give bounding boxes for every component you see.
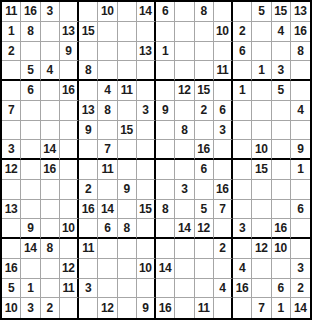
cell-r2c2-given[interactable]: 8 xyxy=(21,22,40,42)
cell-r12c10-given[interactable]: 14 xyxy=(175,219,194,239)
cell-r12c13-given[interactable]: 3 xyxy=(233,219,252,239)
cell-r2c1-given[interactable]: 1 xyxy=(2,22,21,42)
cell-r3c14-empty[interactable] xyxy=(252,42,271,62)
cell-r8c2-empty[interactable] xyxy=(21,140,40,160)
cell-r1c3-given[interactable]: 3 xyxy=(41,2,60,22)
cell-r13c6-empty[interactable] xyxy=(98,239,117,259)
cell-r15c16-given[interactable]: 2 xyxy=(291,279,310,299)
cell-r5c15-given[interactable]: 5 xyxy=(272,81,291,101)
cell-r1c8-given[interactable]: 14 xyxy=(137,2,156,22)
cell-r4c6-empty[interactable] xyxy=(98,61,117,81)
cell-r14c12-empty[interactable] xyxy=(214,259,233,279)
cell-r9c11-given[interactable]: 6 xyxy=(195,160,214,180)
cell-r9c14-given[interactable]: 15 xyxy=(252,160,271,180)
cell-r4c15-given[interactable]: 3 xyxy=(272,61,291,81)
cell-r1c14-given[interactable]: 5 xyxy=(252,2,271,22)
cell-r15c3-empty[interactable] xyxy=(41,279,60,299)
cell-r3c6-empty[interactable] xyxy=(98,42,117,62)
cell-r7c6-empty[interactable] xyxy=(98,121,117,141)
cell-r4c8-empty[interactable] xyxy=(137,61,156,81)
cell-r6c10-empty[interactable] xyxy=(175,101,194,121)
cell-r15c6-empty[interactable] xyxy=(98,279,117,299)
cell-r13c14-given[interactable]: 12 xyxy=(252,239,271,259)
cell-r9c6-given[interactable]: 11 xyxy=(98,160,117,180)
cell-r10c15-empty[interactable] xyxy=(272,180,291,200)
cell-r5c10-given[interactable]: 12 xyxy=(175,81,194,101)
cell-r14c4-given[interactable]: 12 xyxy=(60,259,79,279)
cell-r3c1-given[interactable]: 2 xyxy=(2,42,21,62)
cell-r5c11-given[interactable]: 15 xyxy=(195,81,214,101)
cell-r1c1-given[interactable]: 11 xyxy=(2,2,21,22)
cell-r11c14-empty[interactable] xyxy=(252,200,271,220)
cell-r7c10-given[interactable]: 8 xyxy=(175,121,194,141)
cell-r2c16-given[interactable]: 16 xyxy=(291,22,310,42)
cell-r3c16-given[interactable]: 8 xyxy=(291,42,310,62)
cell-r13c11-empty[interactable] xyxy=(195,239,214,259)
cell-r4c5-given[interactable]: 8 xyxy=(79,61,98,81)
cell-r16c1-given[interactable]: 10 xyxy=(2,298,21,318)
cell-r8c8-empty[interactable] xyxy=(137,140,156,160)
cell-r16c13-empty[interactable] xyxy=(233,298,252,318)
cell-r5c2-given[interactable]: 6 xyxy=(21,81,40,101)
cell-r5c13-given[interactable]: 1 xyxy=(233,81,252,101)
cell-r11c12-given[interactable]: 7 xyxy=(214,200,233,220)
cell-r7c9-empty[interactable] xyxy=(156,121,175,141)
cell-r6c14-empty[interactable] xyxy=(252,101,271,121)
cell-r5c14-empty[interactable] xyxy=(252,81,271,101)
cell-r4c11-empty[interactable] xyxy=(195,61,214,81)
cell-r12c12-empty[interactable] xyxy=(214,219,233,239)
cell-r7c16-empty[interactable] xyxy=(291,121,310,141)
cell-r2c6-empty[interactable] xyxy=(98,22,117,42)
cell-r12c6-given[interactable]: 6 xyxy=(98,219,117,239)
cell-r4c4-empty[interactable] xyxy=(60,61,79,81)
cell-r9c3-given[interactable]: 16 xyxy=(41,160,60,180)
cell-r9c15-empty[interactable] xyxy=(272,160,291,180)
cell-r1c5-empty[interactable] xyxy=(79,2,98,22)
cell-r3c4-given[interactable]: 9 xyxy=(60,42,79,62)
cell-r1c13-empty[interactable] xyxy=(233,2,252,22)
cell-r16c8-given[interactable]: 9 xyxy=(137,298,156,318)
cell-r7c11-empty[interactable] xyxy=(195,121,214,141)
cell-r4c16-empty[interactable] xyxy=(291,61,310,81)
cell-r16c4-empty[interactable] xyxy=(60,298,79,318)
cell-r5c4-given[interactable]: 16 xyxy=(60,81,79,101)
cell-r13c7-empty[interactable] xyxy=(118,239,137,259)
cell-r3c5-empty[interactable] xyxy=(79,42,98,62)
cell-r16c6-given[interactable]: 12 xyxy=(98,298,117,318)
cell-r2c9-empty[interactable] xyxy=(156,22,175,42)
cell-r15c15-given[interactable]: 6 xyxy=(272,279,291,299)
cell-r2c10-empty[interactable] xyxy=(175,22,194,42)
cell-r14c2-empty[interactable] xyxy=(21,259,40,279)
cell-r15c10-empty[interactable] xyxy=(175,279,194,299)
cell-r12c14-empty[interactable] xyxy=(252,219,271,239)
cell-r8c1-given[interactable]: 3 xyxy=(2,140,21,160)
cell-r2c5-given[interactable]: 15 xyxy=(79,22,98,42)
cell-r4c12-given[interactable]: 11 xyxy=(214,61,233,81)
cell-r13c8-empty[interactable] xyxy=(137,239,156,259)
cell-r10c14-empty[interactable] xyxy=(252,180,271,200)
cell-r10c2-empty[interactable] xyxy=(21,180,40,200)
cell-r16c12-empty[interactable] xyxy=(214,298,233,318)
cell-r12c9-empty[interactable] xyxy=(156,219,175,239)
cell-r10c16-empty[interactable] xyxy=(291,180,310,200)
cell-r8c13-empty[interactable] xyxy=(233,140,252,160)
cell-r10c5-given[interactable]: 2 xyxy=(79,180,98,200)
cell-r9c8-empty[interactable] xyxy=(137,160,156,180)
cell-r14c14-empty[interactable] xyxy=(252,259,271,279)
cell-r5c5-empty[interactable] xyxy=(79,81,98,101)
cell-r5c12-empty[interactable] xyxy=(214,81,233,101)
cell-r1c6-given[interactable]: 10 xyxy=(98,2,117,22)
cell-r1c15-given[interactable]: 15 xyxy=(272,2,291,22)
cell-r7c12-given[interactable]: 3 xyxy=(214,121,233,141)
cell-r5c6-given[interactable]: 4 xyxy=(98,81,117,101)
cell-r16c14-given[interactable]: 7 xyxy=(252,298,271,318)
cell-r16c2-given[interactable]: 3 xyxy=(21,298,40,318)
cell-r9c12-empty[interactable] xyxy=(214,160,233,180)
cell-r14c10-empty[interactable] xyxy=(175,259,194,279)
cell-r13c4-empty[interactable] xyxy=(60,239,79,259)
cell-r11c16-given[interactable]: 6 xyxy=(291,200,310,220)
cell-r11c9-given[interactable]: 8 xyxy=(156,200,175,220)
cell-r10c9-empty[interactable] xyxy=(156,180,175,200)
cell-r8c5-empty[interactable] xyxy=(79,140,98,160)
cell-r3c11-empty[interactable] xyxy=(195,42,214,62)
cell-r2c13-given[interactable]: 2 xyxy=(233,22,252,42)
cell-r4c13-empty[interactable] xyxy=(233,61,252,81)
cell-r9c7-empty[interactable] xyxy=(118,160,137,180)
sudoku-board: 1116310146851513181315102416291316854811… xyxy=(0,0,312,320)
cell-r14c9-given[interactable]: 14 xyxy=(156,259,175,279)
cell-r16c16-given[interactable]: 14 xyxy=(291,298,310,318)
cell-r3c3-empty[interactable] xyxy=(41,42,60,62)
cell-r13c5-given[interactable]: 11 xyxy=(79,239,98,259)
cell-r6c1-given[interactable]: 7 xyxy=(2,101,21,121)
cell-r1c12-empty[interactable] xyxy=(214,2,233,22)
cell-r8c6-given[interactable]: 7 xyxy=(98,140,117,160)
cell-r11c7-empty[interactable] xyxy=(118,200,137,220)
cell-r12c4-given[interactable]: 10 xyxy=(60,219,79,239)
cell-r7c4-empty[interactable] xyxy=(60,121,79,141)
cell-r15c9-empty[interactable] xyxy=(156,279,175,299)
cell-r15c12-given[interactable]: 4 xyxy=(214,279,233,299)
cell-r16c3-given[interactable]: 2 xyxy=(41,298,60,318)
cell-r6c2-empty[interactable] xyxy=(21,101,40,121)
cell-r6c4-empty[interactable] xyxy=(60,101,79,121)
cell-r6c15-empty[interactable] xyxy=(272,101,291,121)
cell-r9c10-empty[interactable] xyxy=(175,160,194,180)
cell-r2c8-empty[interactable] xyxy=(137,22,156,42)
cell-r14c8-given[interactable]: 10 xyxy=(137,259,156,279)
cell-r1c4-empty[interactable] xyxy=(60,2,79,22)
cell-r7c3-empty[interactable] xyxy=(41,121,60,141)
cell-r14c11-empty[interactable] xyxy=(195,259,214,279)
cell-r2c3-empty[interactable] xyxy=(41,22,60,42)
cell-r12c15-given[interactable]: 16 xyxy=(272,219,291,239)
cell-r2c12-given[interactable]: 10 xyxy=(214,22,233,42)
cell-r8c12-empty[interactable] xyxy=(214,140,233,160)
cell-r12c5-empty[interactable] xyxy=(79,219,98,239)
cell-r7c14-empty[interactable] xyxy=(252,121,271,141)
cell-r9c16-given[interactable]: 1 xyxy=(291,160,310,180)
cell-r5c9-empty[interactable] xyxy=(156,81,175,101)
cell-r2c7-empty[interactable] xyxy=(118,22,137,42)
cell-r13c2-given[interactable]: 14 xyxy=(21,239,40,259)
cell-r1c2-given[interactable]: 16 xyxy=(21,2,40,22)
cell-r6c8-given[interactable]: 3 xyxy=(137,101,156,121)
cell-r6c3-empty[interactable] xyxy=(41,101,60,121)
cell-r12c8-empty[interactable] xyxy=(137,219,156,239)
cell-r15c5-given[interactable]: 3 xyxy=(79,279,98,299)
cell-r10c6-empty[interactable] xyxy=(98,180,117,200)
cell-r13c13-empty[interactable] xyxy=(233,239,252,259)
cell-r8c11-given[interactable]: 16 xyxy=(195,140,214,160)
cell-r15c2-given[interactable]: 1 xyxy=(21,279,40,299)
cell-r11c3-empty[interactable] xyxy=(41,200,60,220)
cell-r3c15-empty[interactable] xyxy=(272,42,291,62)
cell-r13c3-given[interactable]: 8 xyxy=(41,239,60,259)
cell-r1c11-given[interactable]: 8 xyxy=(195,2,214,22)
cell-r8c16-given[interactable]: 9 xyxy=(291,140,310,160)
cell-r10c8-empty[interactable] xyxy=(137,180,156,200)
cell-r10c11-empty[interactable] xyxy=(195,180,214,200)
cell-r14c7-empty[interactable] xyxy=(118,259,137,279)
cell-r5c8-empty[interactable] xyxy=(137,81,156,101)
cell-r4c1-empty[interactable] xyxy=(2,61,21,81)
cell-r7c7-given[interactable]: 15 xyxy=(118,121,137,141)
cell-r7c15-empty[interactable] xyxy=(272,121,291,141)
cell-r14c16-given[interactable]: 3 xyxy=(291,259,310,279)
cell-r16c15-given[interactable]: 1 xyxy=(272,298,291,318)
cell-r16c11-given[interactable]: 11 xyxy=(195,298,214,318)
cell-r14c3-empty[interactable] xyxy=(41,259,60,279)
sudoku-puzzle: 1116310146851513181315102416291316854811… xyxy=(0,0,312,320)
cell-r4c10-empty[interactable] xyxy=(175,61,194,81)
cell-r11c15-empty[interactable] xyxy=(272,200,291,220)
cell-r6c16-given[interactable]: 4 xyxy=(291,101,310,121)
cell-r10c1-empty[interactable] xyxy=(2,180,21,200)
cell-r10c13-empty[interactable] xyxy=(233,180,252,200)
cell-r9c9-empty[interactable] xyxy=(156,160,175,180)
cell-r8c7-empty[interactable] xyxy=(118,140,137,160)
cell-r6c6-given[interactable]: 8 xyxy=(98,101,117,121)
cell-r11c1-given[interactable]: 13 xyxy=(2,200,21,220)
cell-r3c7-empty[interactable] xyxy=(118,42,137,62)
cell-r5c3-empty[interactable] xyxy=(41,81,60,101)
cell-r16c5-empty[interactable] xyxy=(79,298,98,318)
cell-r12c7-given[interactable]: 8 xyxy=(118,219,137,239)
cell-r9c1-given[interactable]: 12 xyxy=(2,160,21,180)
cell-r3c2-empty[interactable] xyxy=(21,42,40,62)
cell-r11c2-empty[interactable] xyxy=(21,200,40,220)
cell-r6c9-given[interactable]: 9 xyxy=(156,101,175,121)
cell-r13c9-empty[interactable] xyxy=(156,239,175,259)
cell-r15c11-empty[interactable] xyxy=(195,279,214,299)
cell-r10c3-empty[interactable] xyxy=(41,180,60,200)
cell-r11c13-empty[interactable] xyxy=(233,200,252,220)
cell-r1c7-empty[interactable] xyxy=(118,2,137,22)
cell-r3c12-empty[interactable] xyxy=(214,42,233,62)
cell-r10c7-given[interactable]: 9 xyxy=(118,180,137,200)
cell-r8c4-empty[interactable] xyxy=(60,140,79,160)
cell-r7c5-given[interactable]: 9 xyxy=(79,121,98,141)
cell-r16c7-empty[interactable] xyxy=(118,298,137,318)
cell-r6c7-empty[interactable] xyxy=(118,101,137,121)
cell-r6c5-given[interactable]: 13 xyxy=(79,101,98,121)
cell-r12c16-empty[interactable] xyxy=(291,219,310,239)
cell-r10c10-given[interactable]: 3 xyxy=(175,180,194,200)
cell-r1c9-given[interactable]: 6 xyxy=(156,2,175,22)
cell-r13c1-empty[interactable] xyxy=(2,239,21,259)
cell-r9c4-empty[interactable] xyxy=(60,160,79,180)
cell-r15c8-empty[interactable] xyxy=(137,279,156,299)
cell-r8c9-empty[interactable] xyxy=(156,140,175,160)
cell-r15c7-empty[interactable] xyxy=(118,279,137,299)
cell-r2c15-given[interactable]: 4 xyxy=(272,22,291,42)
cell-r4c14-given[interactable]: 1 xyxy=(252,61,271,81)
cell-r7c13-empty[interactable] xyxy=(233,121,252,141)
cell-r12c3-empty[interactable] xyxy=(41,219,60,239)
cell-r2c14-empty[interactable] xyxy=(252,22,271,42)
cell-r3c9-given[interactable]: 1 xyxy=(156,42,175,62)
cell-r12c11-given[interactable]: 12 xyxy=(195,219,214,239)
cell-r10c4-empty[interactable] xyxy=(60,180,79,200)
cell-r7c8-empty[interactable] xyxy=(137,121,156,141)
cell-r5c1-empty[interactable] xyxy=(2,81,21,101)
cell-r3c13-given[interactable]: 6 xyxy=(233,42,252,62)
cell-r15c14-empty[interactable] xyxy=(252,279,271,299)
cell-r8c10-empty[interactable] xyxy=(175,140,194,160)
cell-r15c13-given[interactable]: 16 xyxy=(233,279,252,299)
cell-r13c15-given[interactable]: 10 xyxy=(272,239,291,259)
cell-r6c13-empty[interactable] xyxy=(233,101,252,121)
cell-r4c2-given[interactable]: 5 xyxy=(21,61,40,81)
cell-r8c14-given[interactable]: 10 xyxy=(252,140,271,160)
cell-r6c11-given[interactable]: 2 xyxy=(195,101,214,121)
cell-r7c2-empty[interactable] xyxy=(21,121,40,141)
cell-r4c9-empty[interactable] xyxy=(156,61,175,81)
cell-r14c13-given[interactable]: 4 xyxy=(233,259,252,279)
cell-r13c12-given[interactable]: 2 xyxy=(214,239,233,259)
cell-r11c11-given[interactable]: 5 xyxy=(195,200,214,220)
cell-r9c2-empty[interactable] xyxy=(21,160,40,180)
cell-r15c4-given[interactable]: 11 xyxy=(60,279,79,299)
cell-r8c15-empty[interactable] xyxy=(272,140,291,160)
cell-r10c12-given[interactable]: 16 xyxy=(214,180,233,200)
cell-r15c1-given[interactable]: 5 xyxy=(2,279,21,299)
cell-r2c4-given[interactable]: 13 xyxy=(60,22,79,42)
cell-r12c2-given[interactable]: 9 xyxy=(21,219,40,239)
cell-r6c12-given[interactable]: 6 xyxy=(214,101,233,121)
cell-r12c1-empty[interactable] xyxy=(2,219,21,239)
cell-r9c5-empty[interactable] xyxy=(79,160,98,180)
cell-r11c8-given[interactable]: 15 xyxy=(137,200,156,220)
cell-r8c3-given[interactable]: 14 xyxy=(41,140,60,160)
cell-r11c6-given[interactable]: 14 xyxy=(98,200,117,220)
cell-r13c10-empty[interactable] xyxy=(175,239,194,259)
cell-r4c7-empty[interactable] xyxy=(118,61,137,81)
cell-r5c7-given[interactable]: 11 xyxy=(118,81,137,101)
cell-r2c11-empty[interactable] xyxy=(195,22,214,42)
cell-r14c1-given[interactable]: 16 xyxy=(2,259,21,279)
cell-r11c10-empty[interactable] xyxy=(175,200,194,220)
cell-r14c15-empty[interactable] xyxy=(272,259,291,279)
cell-r14c5-empty[interactable] xyxy=(79,259,98,279)
cell-r7c1-empty[interactable] xyxy=(2,121,21,141)
cell-r16c9-given[interactable]: 16 xyxy=(156,298,175,318)
cell-r1c10-empty[interactable] xyxy=(175,2,194,22)
cell-r5c16-empty[interactable] xyxy=(291,81,310,101)
cell-r9c13-empty[interactable] xyxy=(233,160,252,180)
cell-r11c5-given[interactable]: 16 xyxy=(79,200,98,220)
cell-r1c16-given[interactable]: 13 xyxy=(291,2,310,22)
cell-r11c4-empty[interactable] xyxy=(60,200,79,220)
cell-r16c10-empty[interactable] xyxy=(175,298,194,318)
cell-r4c3-given[interactable]: 4 xyxy=(41,61,60,81)
cell-r14c6-empty[interactable] xyxy=(98,259,117,279)
cell-r3c10-empty[interactable] xyxy=(175,42,194,62)
cell-r13c16-empty[interactable] xyxy=(291,239,310,259)
cell-r3c8-given[interactable]: 13 xyxy=(137,42,156,62)
